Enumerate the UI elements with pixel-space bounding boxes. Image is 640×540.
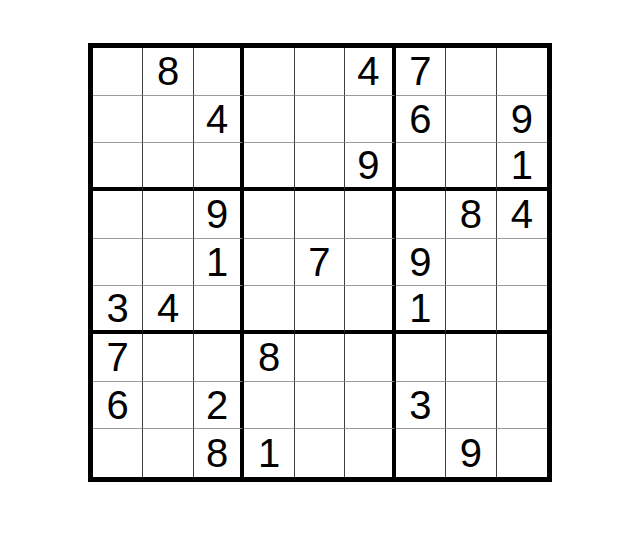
cell-r2c2[interactable] <box>143 96 193 144</box>
cell-r2c4[interactable] <box>244 96 294 144</box>
cell-r5c5[interactable]: 7 <box>295 239 345 287</box>
cell-r1c5[interactable] <box>295 48 345 96</box>
cell-r3c4[interactable] <box>244 143 294 191</box>
cell-r9c6[interactable] <box>345 429 395 477</box>
cell-r5c3[interactable]: 1 <box>194 239 244 287</box>
cell-r4c8[interactable]: 8 <box>446 191 496 239</box>
cell-r6c9[interactable] <box>497 286 547 334</box>
cell-r6c5[interactable] <box>295 286 345 334</box>
cell-r9c2[interactable] <box>143 429 193 477</box>
cell-r9c3[interactable]: 8 <box>194 429 244 477</box>
cell-r4c4[interactable] <box>244 191 294 239</box>
cell-r5c6[interactable] <box>345 239 395 287</box>
cell-r7c7[interactable] <box>396 334 446 382</box>
cell-r7c6[interactable] <box>345 334 395 382</box>
cell-r1c7[interactable]: 7 <box>396 48 446 96</box>
cell-r5c8[interactable] <box>446 239 496 287</box>
cell-r2c9[interactable]: 9 <box>497 96 547 144</box>
cell-r7c8[interactable] <box>446 334 496 382</box>
cell-r9c9[interactable] <box>497 429 547 477</box>
cell-r6c3[interactable] <box>194 286 244 334</box>
cell-r8c2[interactable] <box>143 382 193 430</box>
cell-r3c6[interactable]: 9 <box>345 143 395 191</box>
cell-r8c7[interactable]: 3 <box>396 382 446 430</box>
cell-r1c4[interactable] <box>244 48 294 96</box>
cell-r3c9[interactable]: 1 <box>497 143 547 191</box>
cell-r7c3[interactable] <box>194 334 244 382</box>
cell-r6c7[interactable]: 1 <box>396 286 446 334</box>
cell-r8c5[interactable] <box>295 382 345 430</box>
cell-r3c2[interactable] <box>143 143 193 191</box>
cell-r1c1[interactable] <box>93 48 143 96</box>
cell-r5c4[interactable] <box>244 239 294 287</box>
cell-r1c9[interactable] <box>497 48 547 96</box>
cell-r5c1[interactable] <box>93 239 143 287</box>
cell-r9c7[interactable] <box>396 429 446 477</box>
cell-r6c6[interactable] <box>345 286 395 334</box>
cell-r2c5[interactable] <box>295 96 345 144</box>
cell-r3c3[interactable] <box>194 143 244 191</box>
cell-r1c3[interactable] <box>194 48 244 96</box>
cell-r5c2[interactable] <box>143 239 193 287</box>
cell-r8c3[interactable]: 2 <box>194 382 244 430</box>
cell-r4c7[interactable] <box>396 191 446 239</box>
cell-r3c7[interactable] <box>396 143 446 191</box>
cell-r6c4[interactable] <box>244 286 294 334</box>
cell-r9c5[interactable] <box>295 429 345 477</box>
cell-r8c6[interactable] <box>345 382 395 430</box>
cell-r1c8[interactable] <box>446 48 496 96</box>
cell-r3c5[interactable] <box>295 143 345 191</box>
cell-r3c8[interactable] <box>446 143 496 191</box>
cell-r1c6[interactable]: 4 <box>345 48 395 96</box>
cell-r8c8[interactable] <box>446 382 496 430</box>
cell-r6c1[interactable]: 3 <box>93 286 143 334</box>
cell-r7c4[interactable]: 8 <box>244 334 294 382</box>
cell-r9c4[interactable]: 1 <box>244 429 294 477</box>
cell-r4c2[interactable] <box>143 191 193 239</box>
sudoku-board: 8474699198417934178623819 <box>88 43 552 482</box>
cell-r2c6[interactable] <box>345 96 395 144</box>
cell-r7c5[interactable] <box>295 334 345 382</box>
cell-r4c5[interactable] <box>295 191 345 239</box>
cell-r9c8[interactable]: 9 <box>446 429 496 477</box>
cell-r4c9[interactable]: 4 <box>497 191 547 239</box>
cell-r5c9[interactable] <box>497 239 547 287</box>
cell-r2c7[interactable]: 6 <box>396 96 446 144</box>
cell-r3c1[interactable] <box>93 143 143 191</box>
cell-r1c2[interactable]: 8 <box>143 48 193 96</box>
cell-r7c9[interactable] <box>497 334 547 382</box>
cell-r2c3[interactable]: 4 <box>194 96 244 144</box>
cell-r2c1[interactable] <box>93 96 143 144</box>
cell-r6c2[interactable]: 4 <box>143 286 193 334</box>
cell-r5c7[interactable]: 9 <box>396 239 446 287</box>
cell-r2c8[interactable] <box>446 96 496 144</box>
cell-r4c6[interactable] <box>345 191 395 239</box>
cell-r7c1[interactable]: 7 <box>93 334 143 382</box>
cell-r8c4[interactable] <box>244 382 294 430</box>
cell-r6c8[interactable] <box>446 286 496 334</box>
cell-r4c1[interactable] <box>93 191 143 239</box>
page: 8474699198417934178623819 <box>0 0 640 540</box>
cell-r8c1[interactable]: 6 <box>93 382 143 430</box>
cell-r8c9[interactable] <box>497 382 547 430</box>
cell-r7c2[interactable] <box>143 334 193 382</box>
cell-r9c1[interactable] <box>93 429 143 477</box>
cell-r4c3[interactable]: 9 <box>194 191 244 239</box>
